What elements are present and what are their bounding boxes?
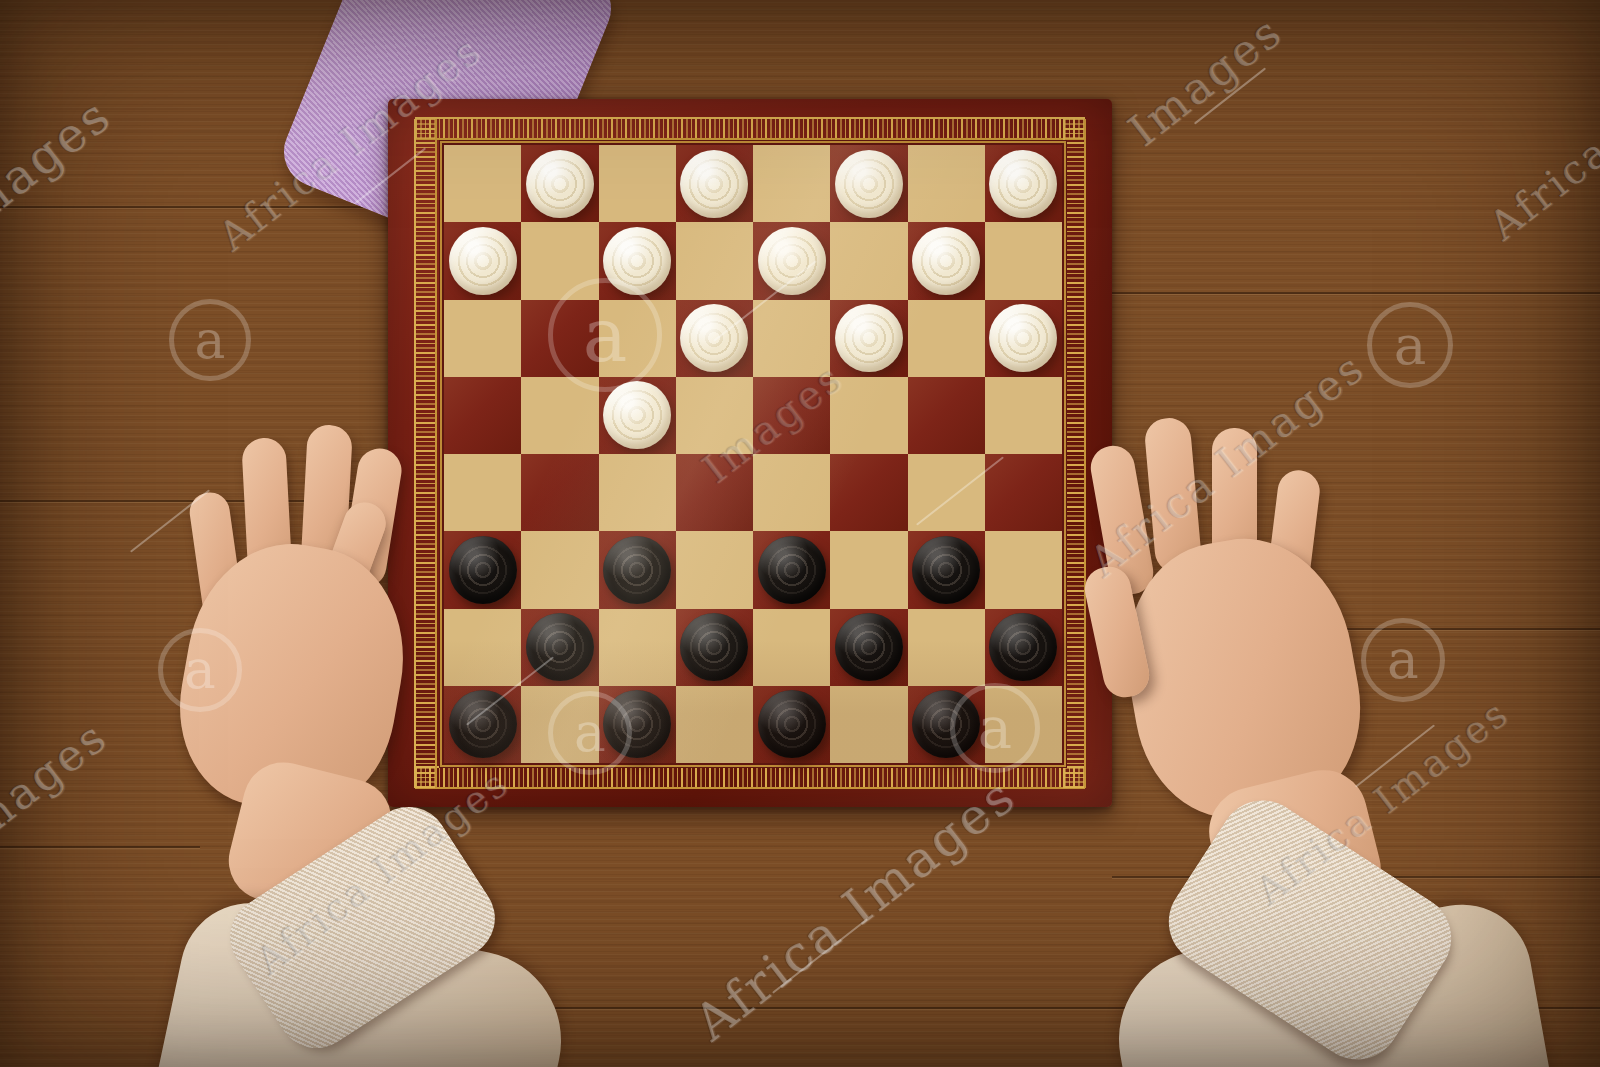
checker-black-g6[interactable] [912, 536, 980, 604]
gold-ornament-border-bottom [415, 766, 1085, 789]
square-h6[interactable] [985, 531, 1062, 608]
square-c3[interactable] [599, 300, 676, 377]
square-g1[interactable] [908, 145, 985, 222]
square-f2[interactable] [830, 222, 907, 299]
checker-white-c2[interactable] [603, 227, 671, 295]
checker-white-e2[interactable] [758, 227, 826, 295]
square-a8[interactable] [444, 686, 521, 763]
square-d7[interactable] [676, 609, 753, 686]
square-a1[interactable] [444, 145, 521, 222]
square-g8[interactable] [908, 686, 985, 763]
square-h7[interactable] [985, 609, 1062, 686]
square-g4[interactable] [908, 377, 985, 454]
square-b3[interactable] [521, 300, 598, 377]
checker-white-d3[interactable] [680, 304, 748, 372]
square-b1[interactable] [521, 145, 598, 222]
square-g2[interactable] [908, 222, 985, 299]
checker-black-c6[interactable] [603, 536, 671, 604]
square-f3[interactable] [830, 300, 907, 377]
photo-checkers-scene: ImagesAfrica ImagesImagesAfricaAfrica Im… [0, 0, 1600, 1067]
square-g6[interactable] [908, 531, 985, 608]
square-e4[interactable] [753, 377, 830, 454]
square-a6[interactable] [444, 531, 521, 608]
square-e7[interactable] [753, 609, 830, 686]
checker-white-h1[interactable] [989, 150, 1057, 218]
checker-white-g2[interactable] [912, 227, 980, 295]
plank-seam [1112, 292, 1600, 294]
checkers-board [388, 99, 1112, 807]
square-e8[interactable] [753, 686, 830, 763]
square-c2[interactable] [599, 222, 676, 299]
checker-black-b7[interactable] [526, 613, 594, 681]
square-c1[interactable] [599, 145, 676, 222]
square-a2[interactable] [444, 222, 521, 299]
square-d1[interactable] [676, 145, 753, 222]
square-e3[interactable] [753, 300, 830, 377]
square-f7[interactable] [830, 609, 907, 686]
square-g5[interactable] [908, 454, 985, 531]
square-e1[interactable] [753, 145, 830, 222]
square-f8[interactable] [830, 686, 907, 763]
square-c8[interactable] [599, 686, 676, 763]
square-f1[interactable] [830, 145, 907, 222]
square-h2[interactable] [985, 222, 1062, 299]
square-d2[interactable] [676, 222, 753, 299]
square-a3[interactable] [444, 300, 521, 377]
checker-black-g8[interactable] [912, 690, 980, 758]
checker-black-a8[interactable] [449, 690, 517, 758]
square-c6[interactable] [599, 531, 676, 608]
checker-black-e8[interactable] [758, 690, 826, 758]
checker-black-f7[interactable] [835, 613, 903, 681]
square-d4[interactable] [676, 377, 753, 454]
checker-white-f3[interactable] [835, 304, 903, 372]
square-h8[interactable] [985, 686, 1062, 763]
gold-ornament-border-left [414, 119, 437, 788]
square-a5[interactable] [444, 454, 521, 531]
square-b5[interactable] [521, 454, 598, 531]
square-b7[interactable] [521, 609, 598, 686]
square-h3[interactable] [985, 300, 1062, 377]
checker-white-c4[interactable] [603, 381, 671, 449]
square-c4[interactable] [599, 377, 676, 454]
square-f6[interactable] [830, 531, 907, 608]
square-d6[interactable] [676, 531, 753, 608]
square-b4[interactable] [521, 377, 598, 454]
square-g7[interactable] [908, 609, 985, 686]
checker-black-e6[interactable] [758, 536, 826, 604]
checker-white-d1[interactable] [680, 150, 748, 218]
square-b8[interactable] [521, 686, 598, 763]
square-e5[interactable] [753, 454, 830, 531]
square-a7[interactable] [444, 609, 521, 686]
square-h5[interactable] [985, 454, 1062, 531]
checker-black-a6[interactable] [449, 536, 517, 604]
square-d8[interactable] [676, 686, 753, 763]
square-f4[interactable] [830, 377, 907, 454]
checker-black-c8[interactable] [603, 690, 671, 758]
square-h1[interactable] [985, 145, 1062, 222]
checker-white-b1[interactable] [526, 150, 594, 218]
square-e2[interactable] [753, 222, 830, 299]
checker-black-h7[interactable] [989, 613, 1057, 681]
square-d5[interactable] [676, 454, 753, 531]
playing-area [444, 145, 1062, 763]
square-c5[interactable] [599, 454, 676, 531]
plank-seam [0, 846, 200, 848]
square-h4[interactable] [985, 377, 1062, 454]
square-d3[interactable] [676, 300, 753, 377]
square-f5[interactable] [830, 454, 907, 531]
square-c7[interactable] [599, 609, 676, 686]
gold-ornament-border-top [415, 117, 1085, 140]
square-b2[interactable] [521, 222, 598, 299]
checker-white-h3[interactable] [989, 304, 1057, 372]
checker-white-f1[interactable] [835, 150, 903, 218]
checker-white-a2[interactable] [449, 227, 517, 295]
square-g3[interactable] [908, 300, 985, 377]
square-e6[interactable] [753, 531, 830, 608]
checker-black-d7[interactable] [680, 613, 748, 681]
gold-ornament-border-right [1063, 119, 1086, 788]
square-b6[interactable] [521, 531, 598, 608]
square-a4[interactable] [444, 377, 521, 454]
